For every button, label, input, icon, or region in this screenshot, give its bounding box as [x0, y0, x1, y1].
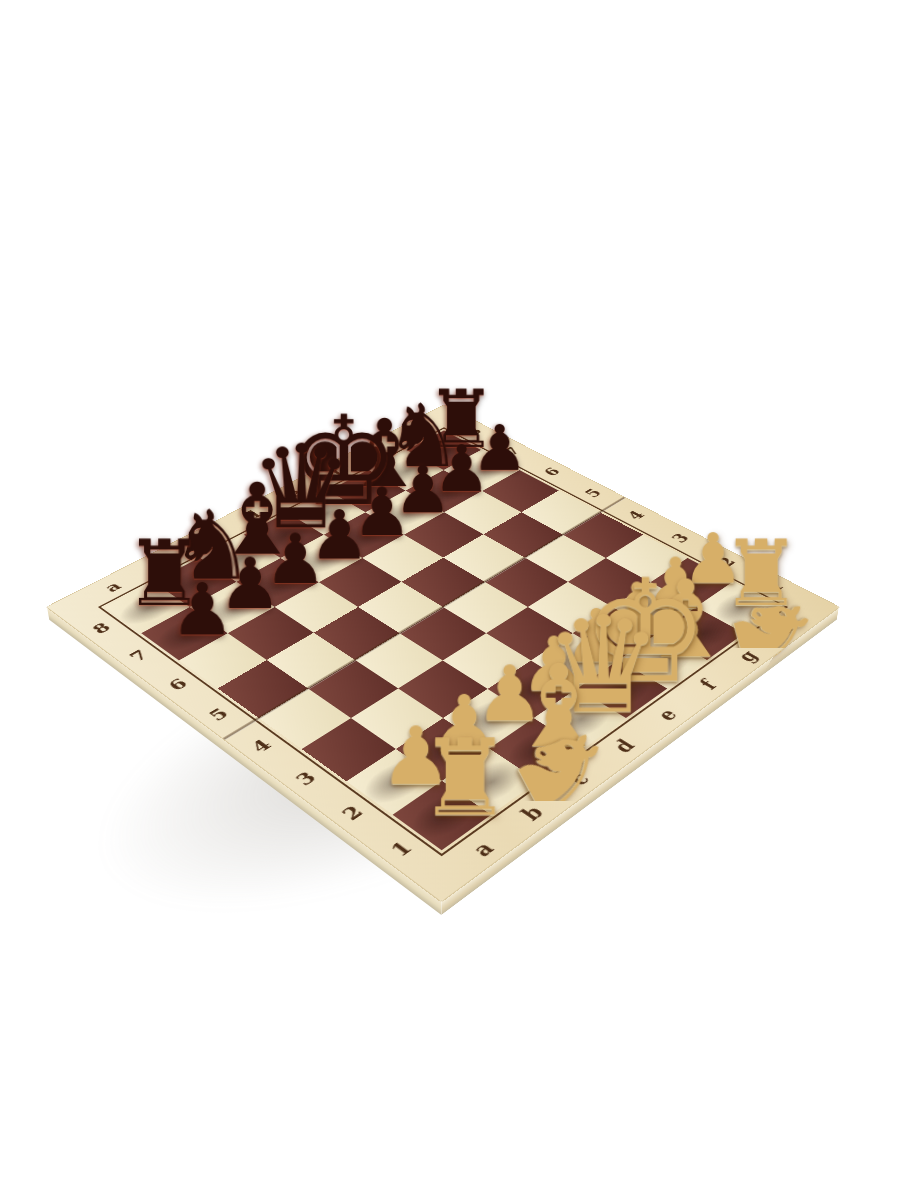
scene: abcdefgh abcdefgh 87654321 87654321 ♜♞♝♛… — [0, 0, 900, 1200]
playing-area-border: ♜♞♝♛♚♝♞♜♟♟♟♟♟♟♟♟♟♟♟♟♟♟♟♟♜♞♝♛♚♝♞♜ — [98, 427, 788, 856]
piece-black-pawn: ♟ — [170, 574, 235, 646]
piece-white-rook: ♜ — [418, 725, 513, 831]
chess-board: abcdefgh abcdefgh 87654321 87654321 ♜♞♝♛… — [47, 405, 839, 901]
playing-area: ♜♞♝♛♚♝♞♜♟♟♟♟♟♟♟♟♟♟♟♟♟♟♟♟♜♞♝♛♚♝♞♜ — [105, 431, 781, 851]
page-background: abcdefgh abcdefgh 87654321 87654321 ♜♞♝♛… — [0, 0, 900, 1200]
